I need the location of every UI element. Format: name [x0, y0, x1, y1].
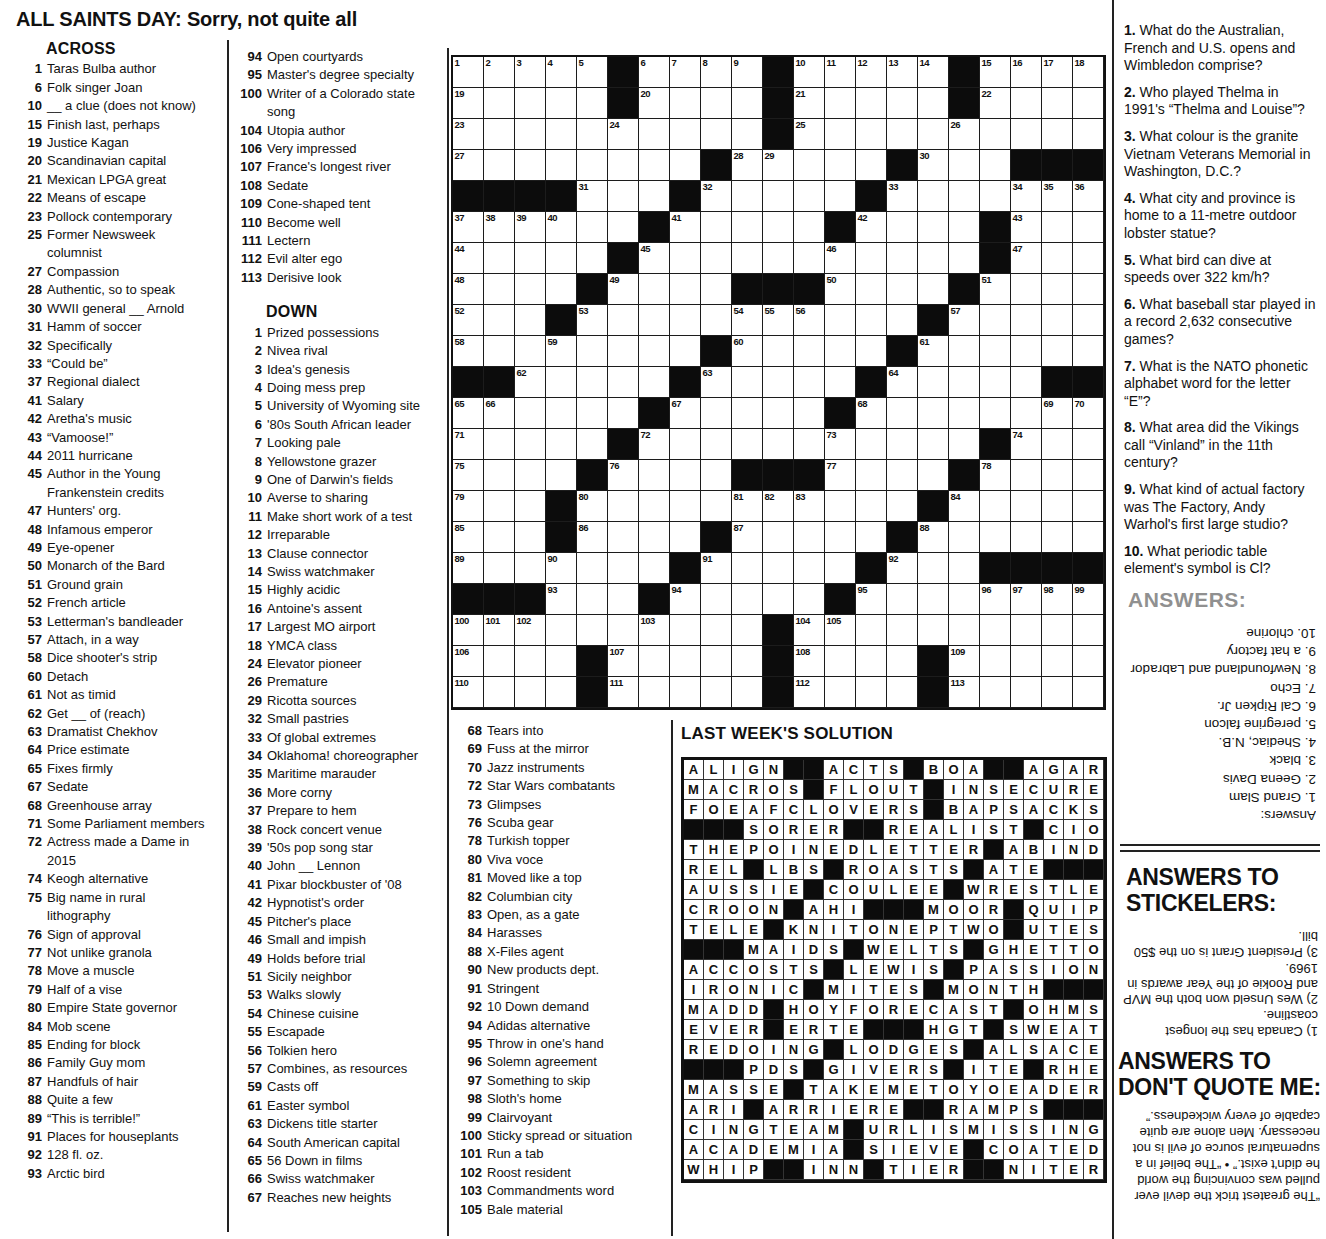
cell-r16c21[interactable]: [1073, 522, 1104, 553]
cell-r10c18[interactable]: [980, 336, 1011, 367]
cell-r18c10[interactable]: [732, 584, 763, 615]
cell-r20c17[interactable]: 109: [949, 646, 980, 677]
cell-r3c8[interactable]: [670, 119, 701, 150]
cell-r4c1[interactable]: 27: [453, 150, 484, 181]
cell-r4c13[interactable]: [825, 150, 856, 181]
cell-r13c2[interactable]: [484, 429, 515, 460]
cell-r5c9[interactable]: 32: [701, 181, 732, 212]
cell-r9c11[interactable]: 55: [763, 305, 794, 336]
cell-r12c5[interactable]: [577, 398, 608, 429]
cell-r12c2[interactable]: 66: [484, 398, 515, 429]
cell-r2c1[interactable]: 19: [453, 88, 484, 119]
cell-r19c13[interactable]: 105: [825, 615, 856, 646]
cell-r10c5[interactable]: [577, 336, 608, 367]
cell-r1c21[interactable]: 18: [1073, 57, 1104, 88]
cell-r12c4[interactable]: [546, 398, 577, 429]
cell-r1c7[interactable]: 6: [639, 57, 670, 88]
cell-r6c19[interactable]: 43: [1011, 212, 1042, 243]
cell-r14c18[interactable]: 78: [980, 460, 1011, 491]
cell-r21c1[interactable]: 110: [453, 677, 484, 708]
cell-r7c20[interactable]: [1042, 243, 1073, 274]
cell-r17c17[interactable]: [949, 553, 980, 584]
cell-r16c12[interactable]: [794, 522, 825, 553]
cell-r6c5[interactable]: [577, 212, 608, 243]
cell-r8c1[interactable]: 48: [453, 274, 484, 305]
cell-r18c8[interactable]: 94: [670, 584, 701, 615]
cell-r15c5[interactable]: 80: [577, 491, 608, 522]
cell-r9c13[interactable]: [825, 305, 856, 336]
cell-r8c3[interactable]: [515, 274, 546, 305]
cell-r2c5[interactable]: [577, 88, 608, 119]
cell-r10c20[interactable]: [1042, 336, 1073, 367]
cell-r11c13[interactable]: [825, 367, 856, 398]
cell-r10c2[interactable]: [484, 336, 515, 367]
cell-r4c6[interactable]: [608, 150, 639, 181]
cell-r13c16[interactable]: [918, 429, 949, 460]
cell-r16c16[interactable]: 88: [918, 522, 949, 553]
cell-r10c14[interactable]: [856, 336, 887, 367]
cell-r21c20[interactable]: [1042, 677, 1073, 708]
cell-r13c20[interactable]: [1042, 429, 1073, 460]
cell-r2c16[interactable]: [918, 88, 949, 119]
cell-r16c18[interactable]: [980, 522, 1011, 553]
cell-r13c1[interactable]: 71: [453, 429, 484, 460]
cell-r15c14[interactable]: [856, 491, 887, 522]
cell-r2c4[interactable]: [546, 88, 577, 119]
cell-r8c20[interactable]: [1042, 274, 1073, 305]
cell-r14c2[interactable]: [484, 460, 515, 491]
cell-r13c17[interactable]: [949, 429, 980, 460]
cell-r11c5[interactable]: [577, 367, 608, 398]
cell-r17c13[interactable]: [825, 553, 856, 584]
cell-r7c19[interactable]: 47: [1011, 243, 1042, 274]
cell-r15c8[interactable]: [670, 491, 701, 522]
cell-r6c21[interactable]: [1073, 212, 1104, 243]
cell-r12c15[interactable]: [887, 398, 918, 429]
cell-r16c8[interactable]: [670, 522, 701, 553]
cell-r16c13[interactable]: [825, 522, 856, 553]
cell-r3c14[interactable]: [856, 119, 887, 150]
cell-r21c14[interactable]: [856, 677, 887, 708]
cell-r18c17[interactable]: [949, 584, 980, 615]
cell-r12c9[interactable]: [701, 398, 732, 429]
cell-r9c14[interactable]: [856, 305, 887, 336]
cell-r15c10[interactable]: 81: [732, 491, 763, 522]
cell-r15c7[interactable]: [639, 491, 670, 522]
cell-r7c1[interactable]: 44: [453, 243, 484, 274]
cell-r15c19[interactable]: [1011, 491, 1042, 522]
cell-r8c18[interactable]: 51: [980, 274, 1011, 305]
cell-r12c17[interactable]: [949, 398, 980, 429]
cell-r19c1[interactable]: 100: [453, 615, 484, 646]
cell-r8c19[interactable]: [1011, 274, 1042, 305]
cell-r3c7[interactable]: [639, 119, 670, 150]
cell-r10c12[interactable]: [794, 336, 825, 367]
cell-r9c20[interactable]: [1042, 305, 1073, 336]
cell-r21c21[interactable]: [1073, 677, 1104, 708]
cell-r16c14[interactable]: [856, 522, 887, 553]
cell-r10c7[interactable]: [639, 336, 670, 367]
cell-r13c9[interactable]: [701, 429, 732, 460]
cell-r7c2[interactable]: [484, 243, 515, 274]
cell-r14c4[interactable]: [546, 460, 577, 491]
cell-r16c20[interactable]: [1042, 522, 1073, 553]
cell-r13c5[interactable]: [577, 429, 608, 460]
cell-r7c15[interactable]: [887, 243, 918, 274]
cell-r15c6[interactable]: [608, 491, 639, 522]
cell-r9c17[interactable]: 57: [949, 305, 980, 336]
cell-r19c7[interactable]: 103: [639, 615, 670, 646]
cell-r6c1[interactable]: 37: [453, 212, 484, 243]
cell-r15c15[interactable]: [887, 491, 918, 522]
cell-r21c12[interactable]: 112: [794, 677, 825, 708]
cell-r20c3[interactable]: [515, 646, 546, 677]
cell-r3c18[interactable]: [980, 119, 1011, 150]
cell-r3c19[interactable]: [1011, 119, 1042, 150]
cell-r19c14[interactable]: [856, 615, 887, 646]
cell-r4c5[interactable]: [577, 150, 608, 181]
cell-r21c10[interactable]: [732, 677, 763, 708]
cell-r10c13[interactable]: [825, 336, 856, 367]
cell-r3c13[interactable]: [825, 119, 856, 150]
cell-r9c6[interactable]: [608, 305, 639, 336]
cell-r1c5[interactable]: 5: [577, 57, 608, 88]
cell-r17c12[interactable]: [794, 553, 825, 584]
cell-r8c7[interactable]: [639, 274, 670, 305]
cell-r7c17[interactable]: [949, 243, 980, 274]
cell-r1c16[interactable]: 14: [918, 57, 949, 88]
cell-r1c10[interactable]: 9: [732, 57, 763, 88]
cell-r19c12[interactable]: 104: [794, 615, 825, 646]
cell-r9c15[interactable]: [887, 305, 918, 336]
cell-r4c8[interactable]: [670, 150, 701, 181]
cell-r3c12[interactable]: 25: [794, 119, 825, 150]
cell-r12c16[interactable]: [918, 398, 949, 429]
cell-r17c15[interactable]: 92: [887, 553, 918, 584]
cell-r7c8[interactable]: [670, 243, 701, 274]
cell-r21c9[interactable]: [701, 677, 732, 708]
cell-r9c1[interactable]: 52: [453, 305, 484, 336]
cell-r17c7[interactable]: [639, 553, 670, 584]
cell-r16c7[interactable]: [639, 522, 670, 553]
cell-r5c7[interactable]: [639, 181, 670, 212]
cell-r19c6[interactable]: [608, 615, 639, 646]
cell-r21c17[interactable]: 113: [949, 677, 980, 708]
cell-r1c1[interactable]: 1: [453, 57, 484, 88]
cell-r10c3[interactable]: [515, 336, 546, 367]
cell-r13c11[interactable]: [763, 429, 794, 460]
cell-r10c11[interactable]: [763, 336, 794, 367]
cell-r14c14[interactable]: [856, 460, 887, 491]
cell-r8c21[interactable]: [1073, 274, 1104, 305]
cell-r8c15[interactable]: [887, 274, 918, 305]
cell-r6c12[interactable]: [794, 212, 825, 243]
cell-r8c4[interactable]: [546, 274, 577, 305]
cell-r7c16[interactable]: [918, 243, 949, 274]
cell-r4c11[interactable]: 29: [763, 150, 794, 181]
cell-r17c4[interactable]: 90: [546, 553, 577, 584]
cell-r16c17[interactable]: [949, 522, 980, 553]
cell-r14c20[interactable]: [1042, 460, 1073, 491]
cell-r16c10[interactable]: 87: [732, 522, 763, 553]
cell-r3c5[interactable]: [577, 119, 608, 150]
cell-r13c14[interactable]: [856, 429, 887, 460]
cell-r7c4[interactable]: [546, 243, 577, 274]
cell-r11c7[interactable]: [639, 367, 670, 398]
cell-r16c2[interactable]: [484, 522, 515, 553]
cell-r6c15[interactable]: [887, 212, 918, 243]
cell-r10c17[interactable]: [949, 336, 980, 367]
cell-r17c16[interactable]: [918, 553, 949, 584]
cell-r21c18[interactable]: [980, 677, 1011, 708]
cell-r7c13[interactable]: 46: [825, 243, 856, 274]
cell-r16c6[interactable]: [608, 522, 639, 553]
cell-r19c10[interactable]: [732, 615, 763, 646]
cell-r9c8[interactable]: [670, 305, 701, 336]
cell-r14c15[interactable]: [887, 460, 918, 491]
cell-r3c6[interactable]: 24: [608, 119, 639, 150]
cell-r7c12[interactable]: [794, 243, 825, 274]
cell-r6c8[interactable]: 41: [670, 212, 701, 243]
cell-r11c6[interactable]: [608, 367, 639, 398]
cell-r20c21[interactable]: [1073, 646, 1104, 677]
cell-r5c15[interactable]: 33: [887, 181, 918, 212]
cell-r16c11[interactable]: [763, 522, 794, 553]
cell-r2c15[interactable]: [887, 88, 918, 119]
cell-r5c20[interactable]: 35: [1042, 181, 1073, 212]
cell-r17c3[interactable]: [515, 553, 546, 584]
cell-r19c18[interactable]: [980, 615, 1011, 646]
cell-r12c3[interactable]: [515, 398, 546, 429]
cell-r14c16[interactable]: [918, 460, 949, 491]
cell-r18c15[interactable]: [887, 584, 918, 615]
cell-r18c14[interactable]: 95: [856, 584, 887, 615]
cell-r11c15[interactable]: 64: [887, 367, 918, 398]
cell-r10c6[interactable]: [608, 336, 639, 367]
cell-r14c7[interactable]: [639, 460, 670, 491]
cell-r7c21[interactable]: [1073, 243, 1104, 274]
cell-r9c7[interactable]: [639, 305, 670, 336]
cell-r11c16[interactable]: [918, 367, 949, 398]
cell-r5c13[interactable]: [825, 181, 856, 212]
cell-r1c2[interactable]: 2: [484, 57, 515, 88]
cell-r6c2[interactable]: 38: [484, 212, 515, 243]
cell-r19c15[interactable]: [887, 615, 918, 646]
cell-r9c19[interactable]: [1011, 305, 1042, 336]
cell-r15c3[interactable]: [515, 491, 546, 522]
cell-r20c20[interactable]: [1042, 646, 1073, 677]
cell-r19c9[interactable]: [701, 615, 732, 646]
cell-r18c6[interactable]: [608, 584, 639, 615]
cell-r13c12[interactable]: [794, 429, 825, 460]
cell-r11c3[interactable]: 62: [515, 367, 546, 398]
cell-r21c2[interactable]: [484, 677, 515, 708]
cell-r4c4[interactable]: [546, 150, 577, 181]
cell-r5c18[interactable]: [980, 181, 1011, 212]
cell-r12c21[interactable]: 70: [1073, 398, 1104, 429]
cell-r20c10[interactable]: [732, 646, 763, 677]
cell-r13c4[interactable]: [546, 429, 577, 460]
cell-r4c12[interactable]: [794, 150, 825, 181]
cell-r7c10[interactable]: [732, 243, 763, 274]
cell-r1c3[interactable]: 3: [515, 57, 546, 88]
cell-r2c14[interactable]: [856, 88, 887, 119]
cell-r10c4[interactable]: 59: [546, 336, 577, 367]
cell-r20c8[interactable]: [670, 646, 701, 677]
cell-r2c7[interactable]: 20: [639, 88, 670, 119]
cell-r20c18[interactable]: [980, 646, 1011, 677]
cell-r21c4[interactable]: [546, 677, 577, 708]
cell-r19c2[interactable]: 101: [484, 615, 515, 646]
cell-r9c9[interactable]: [701, 305, 732, 336]
cell-r4c2[interactable]: [484, 150, 515, 181]
cell-r20c4[interactable]: [546, 646, 577, 677]
cell-r16c1[interactable]: 85: [453, 522, 484, 553]
cell-r6c4[interactable]: 40: [546, 212, 577, 243]
cell-r18c18[interactable]: 96: [980, 584, 1011, 615]
cell-r11c18[interactable]: [980, 367, 1011, 398]
cell-r9c5[interactable]: 53: [577, 305, 608, 336]
cell-r3c20[interactable]: [1042, 119, 1073, 150]
cell-r20c13[interactable]: [825, 646, 856, 677]
cell-r15c20[interactable]: [1042, 491, 1073, 522]
cell-r19c16[interactable]: [918, 615, 949, 646]
cell-r10c10[interactable]: 60: [732, 336, 763, 367]
cell-r2c18[interactable]: 22: [980, 88, 1011, 119]
cell-r18c20[interactable]: 98: [1042, 584, 1073, 615]
cell-r11c17[interactable]: [949, 367, 980, 398]
cell-r4c7[interactable]: [639, 150, 670, 181]
cell-r2c10[interactable]: [732, 88, 763, 119]
cell-r8c8[interactable]: [670, 274, 701, 305]
cell-r18c4[interactable]: 93: [546, 584, 577, 615]
cell-r6c6[interactable]: [608, 212, 639, 243]
cell-r13c8[interactable]: [670, 429, 701, 460]
cell-r15c21[interactable]: [1073, 491, 1104, 522]
cell-r9c18[interactable]: [980, 305, 1011, 336]
cell-r21c6[interactable]: 111: [608, 677, 639, 708]
cell-r2c20[interactable]: [1042, 88, 1073, 119]
cell-r12c20[interactable]: 69: [1042, 398, 1073, 429]
cell-r15c1[interactable]: 79: [453, 491, 484, 522]
cell-r1c12[interactable]: 10: [794, 57, 825, 88]
cell-r2c8[interactable]: [670, 88, 701, 119]
cell-r8c6[interactable]: 49: [608, 274, 639, 305]
cell-r20c1[interactable]: 106: [453, 646, 484, 677]
cell-r20c12[interactable]: 108: [794, 646, 825, 677]
cell-r6c16[interactable]: [918, 212, 949, 243]
cell-r12c10[interactable]: [732, 398, 763, 429]
cell-r20c15[interactable]: [887, 646, 918, 677]
cell-r5c5[interactable]: 31: [577, 181, 608, 212]
cell-r6c17[interactable]: [949, 212, 980, 243]
cell-r17c2[interactable]: [484, 553, 515, 584]
cell-r12c1[interactable]: 65: [453, 398, 484, 429]
cell-r5c17[interactable]: [949, 181, 980, 212]
cell-r2c19[interactable]: [1011, 88, 1042, 119]
cell-r1c14[interactable]: 12: [856, 57, 887, 88]
cell-r20c14[interactable]: [856, 646, 887, 677]
cell-r14c13[interactable]: 77: [825, 460, 856, 491]
cell-r9c3[interactable]: [515, 305, 546, 336]
cell-r3c2[interactable]: [484, 119, 515, 150]
cell-r20c7[interactable]: [639, 646, 670, 677]
cell-r7c9[interactable]: [701, 243, 732, 274]
cell-r8c14[interactable]: [856, 274, 887, 305]
cell-r4c16[interactable]: 30: [918, 150, 949, 181]
cell-r21c8[interactable]: [670, 677, 701, 708]
cell-r6c14[interactable]: 42: [856, 212, 887, 243]
cell-r17c11[interactable]: [763, 553, 794, 584]
cell-r14c3[interactable]: [515, 460, 546, 491]
cell-r18c5[interactable]: [577, 584, 608, 615]
cell-r7c11[interactable]: [763, 243, 794, 274]
cell-r14c9[interactable]: [701, 460, 732, 491]
cell-r2c2[interactable]: [484, 88, 515, 119]
cell-r3c16[interactable]: [918, 119, 949, 150]
cell-r14c21[interactable]: [1073, 460, 1104, 491]
cell-r14c6[interactable]: 76: [608, 460, 639, 491]
cell-r11c9[interactable]: 63: [701, 367, 732, 398]
cell-r13c15[interactable]: [887, 429, 918, 460]
cell-r8c16[interactable]: [918, 274, 949, 305]
cell-r11c11[interactable]: [763, 367, 794, 398]
cell-r6c3[interactable]: 39: [515, 212, 546, 243]
cell-r20c6[interactable]: 107: [608, 646, 639, 677]
cell-r3c10[interactable]: [732, 119, 763, 150]
cell-r5c19[interactable]: 34: [1011, 181, 1042, 212]
cell-r11c10[interactable]: [732, 367, 763, 398]
cell-r21c3[interactable]: [515, 677, 546, 708]
cell-r16c19[interactable]: [1011, 522, 1042, 553]
cell-r13c19[interactable]: 74: [1011, 429, 1042, 460]
cell-r17c10[interactable]: [732, 553, 763, 584]
cell-r12c19[interactable]: [1011, 398, 1042, 429]
cell-r13c13[interactable]: 73: [825, 429, 856, 460]
cell-r2c21[interactable]: [1073, 88, 1104, 119]
cell-r4c3[interactable]: [515, 150, 546, 181]
cell-r16c5[interactable]: 86: [577, 522, 608, 553]
cell-r9c10[interactable]: 54: [732, 305, 763, 336]
cell-r2c12[interactable]: 21: [794, 88, 825, 119]
cell-r11c4[interactable]: [546, 367, 577, 398]
cell-r3c15[interactable]: [887, 119, 918, 150]
cell-r15c11[interactable]: 82: [763, 491, 794, 522]
cell-r15c18[interactable]: [980, 491, 1011, 522]
cell-r8c13[interactable]: 50: [825, 274, 856, 305]
cell-r3c4[interactable]: [546, 119, 577, 150]
cell-r11c12[interactable]: [794, 367, 825, 398]
cell-r1c18[interactable]: 15: [980, 57, 1011, 88]
cell-r14c1[interactable]: 75: [453, 460, 484, 491]
cell-r8c9[interactable]: [701, 274, 732, 305]
cell-r5c10[interactable]: [732, 181, 763, 212]
cell-r14c8[interactable]: [670, 460, 701, 491]
cell-r2c3[interactable]: [515, 88, 546, 119]
cell-r17c5[interactable]: [577, 553, 608, 584]
cell-r10c8[interactable]: [670, 336, 701, 367]
cell-r5c21[interactable]: 36: [1073, 181, 1104, 212]
cell-r19c19[interactable]: [1011, 615, 1042, 646]
cell-r7c5[interactable]: [577, 243, 608, 274]
cell-r4c17[interactable]: [949, 150, 980, 181]
cell-r1c9[interactable]: 8: [701, 57, 732, 88]
cell-r18c19[interactable]: 97: [1011, 584, 1042, 615]
cell-r1c20[interactable]: 17: [1042, 57, 1073, 88]
cell-r1c4[interactable]: 4: [546, 57, 577, 88]
cell-r15c17[interactable]: 84: [949, 491, 980, 522]
cell-r3c1[interactable]: 23: [453, 119, 484, 150]
